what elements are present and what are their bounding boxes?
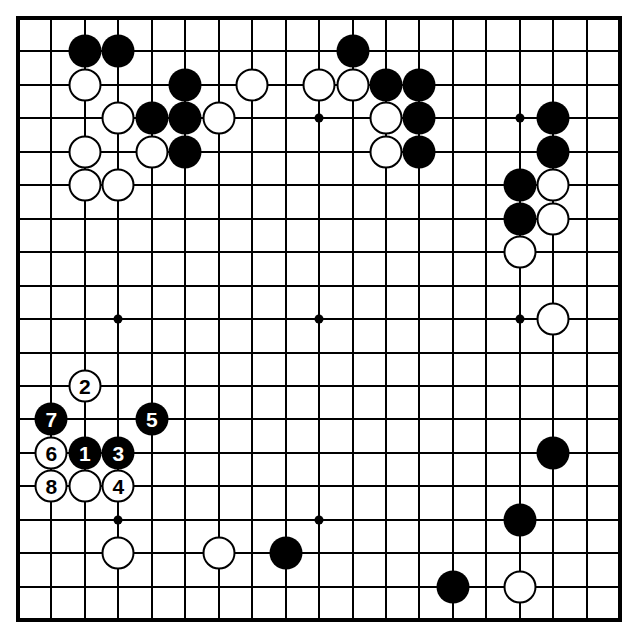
star-point xyxy=(315,114,324,123)
black-stone xyxy=(169,102,202,135)
move-7-stone-black: 7 xyxy=(35,403,68,436)
move-1-stone-black: 1 xyxy=(68,436,101,469)
grid-line-vertical xyxy=(352,16,354,622)
white-stone xyxy=(537,303,570,336)
star-point xyxy=(114,515,123,524)
star-point xyxy=(515,315,524,324)
grid-line-vertical xyxy=(452,16,454,622)
black-stone xyxy=(169,68,202,101)
black-stone xyxy=(537,436,570,469)
black-stone xyxy=(403,102,436,135)
white-stone xyxy=(369,135,402,168)
black-stone xyxy=(503,202,536,235)
board-edge-line-vertical xyxy=(618,16,622,622)
move-4-stone-white: 4 xyxy=(102,470,135,503)
black-stone xyxy=(436,570,469,603)
star-point xyxy=(315,515,324,524)
go-diagram-page: 27561384 xyxy=(0,0,640,640)
black-stone xyxy=(503,169,536,202)
black-stone xyxy=(68,35,101,68)
move-8-stone-white: 8 xyxy=(35,470,68,503)
white-stone xyxy=(236,68,269,101)
go-board: 27561384 xyxy=(0,0,640,640)
move-6-stone-white: 6 xyxy=(35,436,68,469)
black-stone xyxy=(269,537,302,570)
grid-line-vertical xyxy=(485,16,487,622)
white-stone xyxy=(503,236,536,269)
black-stone xyxy=(537,102,570,135)
black-stone xyxy=(537,135,570,168)
black-stone xyxy=(135,102,168,135)
grid-line-horizontal xyxy=(16,418,622,420)
grid-line-horizontal xyxy=(16,385,622,387)
white-stone xyxy=(369,102,402,135)
white-stone xyxy=(202,537,235,570)
black-stone xyxy=(403,135,436,168)
white-stone xyxy=(102,537,135,570)
black-stone xyxy=(403,68,436,101)
white-stone xyxy=(503,570,536,603)
black-stone xyxy=(336,35,369,68)
white-stone xyxy=(68,68,101,101)
white-stone xyxy=(303,68,336,101)
star-point xyxy=(515,114,524,123)
white-stone xyxy=(68,169,101,202)
white-stone xyxy=(68,135,101,168)
star-point xyxy=(114,315,123,324)
black-stone xyxy=(503,503,536,536)
black-stone xyxy=(169,135,202,168)
black-stone xyxy=(102,35,135,68)
white-stone xyxy=(537,169,570,202)
grid-line-vertical xyxy=(586,16,588,622)
white-stone xyxy=(537,202,570,235)
white-stone xyxy=(135,135,168,168)
white-stone xyxy=(68,470,101,503)
white-stone xyxy=(202,102,235,135)
board-edge-line-horizontal xyxy=(16,618,622,622)
move-2-stone-white: 2 xyxy=(68,369,101,402)
move-3-stone-black: 3 xyxy=(102,436,135,469)
white-stone xyxy=(102,169,135,202)
move-5-stone-black: 5 xyxy=(135,403,168,436)
grid-line-horizontal xyxy=(16,352,622,354)
star-point xyxy=(315,315,324,324)
white-stone xyxy=(336,68,369,101)
white-stone xyxy=(102,102,135,135)
black-stone xyxy=(369,68,402,101)
